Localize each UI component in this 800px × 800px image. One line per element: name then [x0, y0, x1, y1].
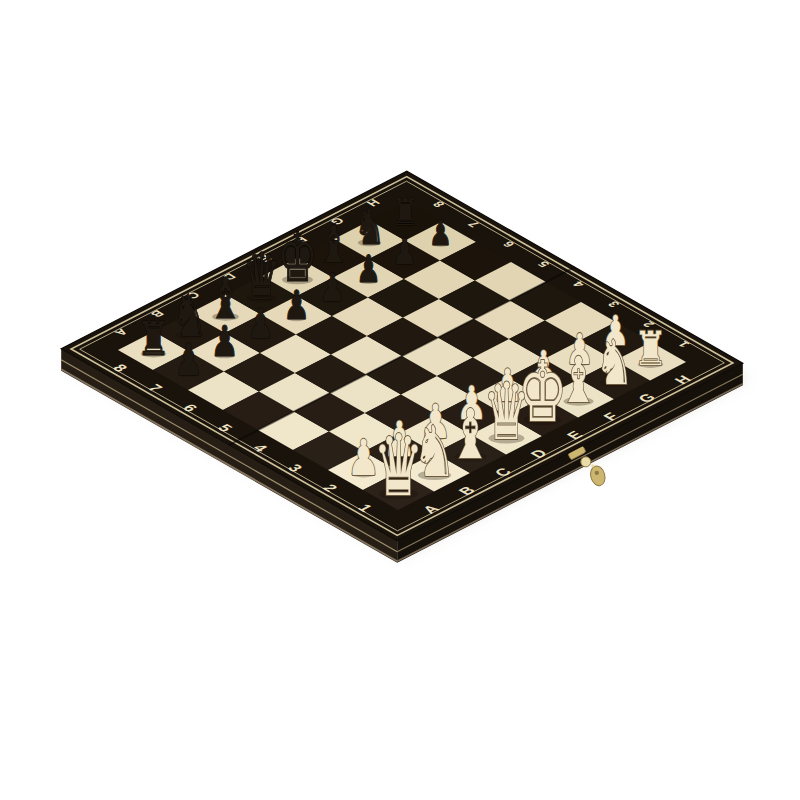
clasp-highlight [591, 464, 594, 467]
clasp-knuckle [581, 457, 591, 467]
black-rook-h8: ♜ [392, 191, 419, 234]
black-pawn-d7: ♟ [283, 282, 310, 329]
black-pawn-c7: ♟ [247, 299, 274, 348]
white-knight-g1: ♞ [595, 327, 633, 398]
white-queen-a1: ♛ [373, 416, 424, 515]
black-rook-a8: ♜ [137, 312, 171, 366]
black-pawn-a7: ♟ [174, 334, 203, 385]
white-rook-h1: ♜ [634, 322, 668, 376]
black-pawn-b7: ♟ [210, 317, 238, 367]
black-pawn-h7: ♟ [429, 212, 452, 253]
chessboard-scene: AABBCCDDEEFFGGHH1122334455667788♜♞♟♝♟♚♟♛… [0, 0, 800, 800]
black-pawn-f7: ♟ [356, 247, 381, 291]
chess-set-product-photo: AABBCCDDEEFFGGHH1122334455667788♜♞♟♝♟♚♟♛… [0, 0, 800, 800]
clasp-hole [595, 471, 599, 475]
black-pawn-g7: ♟ [392, 230, 416, 273]
clasp-pendant [588, 464, 607, 487]
black-pawn-e7: ♟ [320, 264, 346, 309]
